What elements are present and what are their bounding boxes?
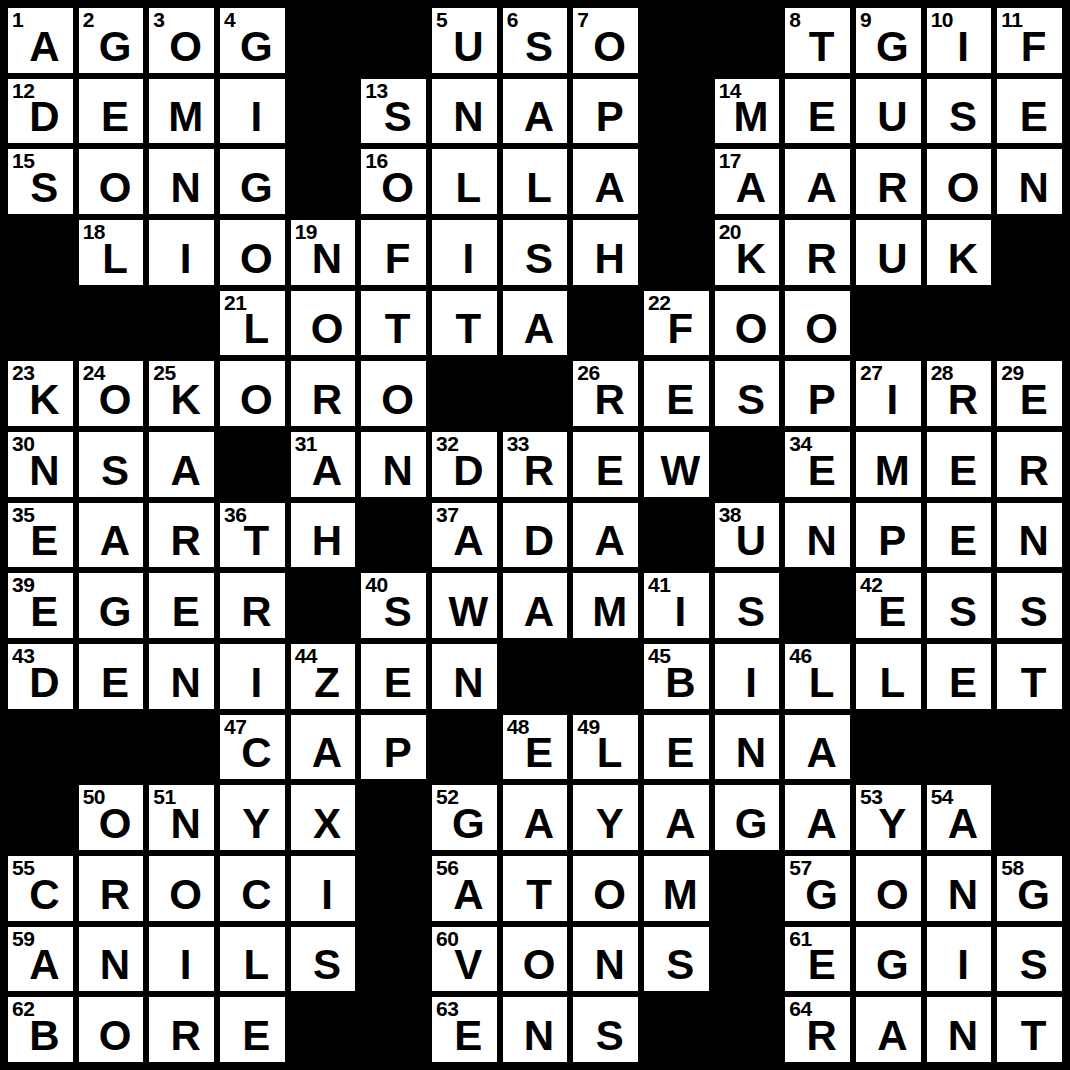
cell-r4c7[interactable]: I [429, 217, 500, 288]
cell-r13c9[interactable]: O [570, 853, 641, 924]
cell-r7c1[interactable]: 30N [5, 429, 76, 500]
black-cell-r1c10 [641, 5, 712, 76]
cell-r6c12[interactable]: P [782, 358, 853, 429]
cell-letter: I [153, 238, 218, 280]
cell-r7c5[interactable]: 31A [288, 429, 359, 500]
cell-letter: A [436, 520, 501, 562]
cell-r7c13[interactable]: M [853, 429, 924, 500]
black-cell-r11c7 [429, 712, 500, 783]
black-cell-r3c10 [641, 146, 712, 217]
cell-letter: Z [295, 662, 360, 704]
cell-r8c13[interactable]: P [853, 500, 924, 571]
cell-r9c1[interactable]: 39E [5, 570, 76, 641]
cell-r6c9[interactable]: 26R [570, 358, 641, 429]
cell-r14c7[interactable]: 60V [429, 924, 500, 995]
cell-r5c7[interactable]: T [429, 288, 500, 359]
cell-r3c2[interactable]: O [76, 146, 147, 217]
cell-r2c11[interactable]: 14M [712, 76, 783, 147]
cell-r12c14[interactable]: 54A [924, 782, 995, 853]
cell-letter: N [931, 874, 996, 916]
cell-r6c6[interactable]: O [358, 358, 429, 429]
cell-r13c4[interactable]: C [217, 853, 288, 924]
cell-r8c8[interactable]: D [500, 500, 571, 571]
cell-letter: F [648, 308, 713, 350]
cell-r9c2[interactable]: G [76, 570, 147, 641]
black-cell-r4c10 [641, 217, 712, 288]
cell-r10c10[interactable]: 45B [641, 641, 712, 712]
cell-r5c12[interactable]: O [782, 288, 853, 359]
cell-r8c12[interactable]: N [782, 500, 853, 571]
cell-letter: S [12, 167, 77, 209]
cell-r4c12[interactable]: R [782, 217, 853, 288]
cell-r9c15[interactable]: S [994, 570, 1065, 641]
cell-r13c3[interactable]: O [146, 853, 217, 924]
cell-letter: L [860, 662, 925, 704]
cell-r5c10[interactable]: 22F [641, 288, 712, 359]
cell-r13c12[interactable]: 57G [782, 853, 853, 924]
cell-letter: W [436, 591, 501, 633]
cell-letter: S [507, 26, 572, 68]
cell-letter: P [577, 96, 642, 138]
cell-letter: I [860, 379, 925, 421]
cell-letter: O [577, 874, 642, 916]
cell-r11c8[interactable]: 48E [500, 712, 571, 783]
cell-r10c3[interactable]: N [146, 641, 217, 712]
black-cell-r11c1 [5, 712, 76, 783]
cell-r9c14[interactable]: S [924, 570, 995, 641]
cell-r10c2[interactable]: E [76, 641, 147, 712]
cell-r15c12[interactable]: 64R [782, 994, 853, 1065]
cell-letter: L [83, 238, 148, 280]
cell-r2c1[interactable]: 12D [5, 76, 76, 147]
cell-letter: S [295, 944, 360, 986]
cell-r1c8[interactable]: 6S [500, 5, 571, 76]
black-cell-r5c1 [5, 288, 76, 359]
cell-letter: Y [224, 803, 289, 845]
cell-r8c9[interactable]: A [570, 500, 641, 571]
cell-r8c11[interactable]: 38U [712, 500, 783, 571]
cell-r4c4[interactable]: O [217, 217, 288, 288]
cell-letter: R [83, 874, 148, 916]
cell-letter: S [365, 591, 430, 633]
cell-r6c14[interactable]: 28R [924, 358, 995, 429]
cell-r10c1[interactable]: 43D [5, 641, 76, 712]
cell-letter: E [1001, 379, 1066, 421]
cell-r4c6[interactable]: F [358, 217, 429, 288]
cell-letter: E [1001, 96, 1066, 138]
black-cell-r11c3 [146, 712, 217, 783]
cell-r11c5[interactable]: A [288, 712, 359, 783]
cell-r5c11[interactable]: O [712, 288, 783, 359]
cell-r10c12[interactable]: 46L [782, 641, 853, 712]
cell-letter: I [719, 662, 784, 704]
black-cell-r15c10 [641, 994, 712, 1065]
cell-r9c11[interactable]: S [712, 570, 783, 641]
cell-letter: R [931, 379, 996, 421]
cell-r12c11[interactable]: G [712, 782, 783, 853]
cell-r9c8[interactable]: A [500, 570, 571, 641]
cell-r2c3[interactable]: M [146, 76, 217, 147]
cell-r1c1[interactable]: 1A [5, 5, 76, 76]
cell-letter: I [931, 944, 996, 986]
cell-letter: L [507, 167, 572, 209]
cell-r3c1[interactable]: 15S [5, 146, 76, 217]
cell-r9c7[interactable]: W [429, 570, 500, 641]
cell-letter: T [789, 26, 854, 68]
cell-letter: A [295, 450, 360, 492]
cell-r7c2[interactable]: S [76, 429, 147, 500]
cell-r3c4[interactable]: G [217, 146, 288, 217]
cell-letter: E [12, 520, 77, 562]
cell-r14c8[interactable]: O [500, 924, 571, 995]
cell-r12c7[interactable]: 52G [429, 782, 500, 853]
cell-r14c5[interactable]: S [288, 924, 359, 995]
cell-r9c13[interactable]: 42E [853, 570, 924, 641]
cell-r2c4[interactable]: I [217, 76, 288, 147]
cell-r8c5[interactable]: H [288, 500, 359, 571]
cell-r3c8[interactable]: L [500, 146, 571, 217]
cell-r9c6[interactable]: 40S [358, 570, 429, 641]
black-cell-r14c11 [712, 924, 783, 995]
cell-r14c14[interactable]: I [924, 924, 995, 995]
cell-letter: E [931, 520, 996, 562]
black-cell-r1c11 [712, 5, 783, 76]
cell-letter: R [789, 238, 854, 280]
cell-letter: U [436, 26, 501, 68]
black-cell-r3c5 [288, 146, 359, 217]
cell-letter: A [789, 167, 854, 209]
cell-r15c2[interactable]: O [76, 994, 147, 1065]
black-cell-r1c5 [288, 5, 359, 76]
cell-letter: P [860, 520, 925, 562]
cell-letter: E [153, 591, 218, 633]
cell-r15c13[interactable]: A [853, 994, 924, 1065]
cell-letter: O [507, 944, 572, 986]
cell-r5c8[interactable]: A [500, 288, 571, 359]
cell-letter: I [153, 944, 218, 986]
black-cell-r8c6 [358, 500, 429, 571]
cell-letter: N [1001, 520, 1066, 562]
black-cell-r10c8 [500, 641, 571, 712]
cell-letter: T [1001, 1015, 1066, 1057]
black-cell-r11c15 [994, 712, 1065, 783]
cell-r2c7[interactable]: N [429, 76, 500, 147]
cell-r2c2[interactable]: E [76, 76, 147, 147]
black-cell-r13c11 [712, 853, 783, 924]
cell-r13c14[interactable]: N [924, 853, 995, 924]
cell-letter: S [365, 96, 430, 138]
cell-r8c7[interactable]: 37A [429, 500, 500, 571]
cell-letter: E [789, 944, 854, 986]
cell-r7c7[interactable]: 32D [429, 429, 500, 500]
cell-r11c11[interactable]: N [712, 712, 783, 783]
cell-r10c5[interactable]: 44Z [288, 641, 359, 712]
cell-letter: T [1001, 662, 1066, 704]
cell-letter: Y [860, 803, 925, 845]
cell-letter: D [12, 662, 77, 704]
cell-r4c3[interactable]: I [146, 217, 217, 288]
cell-r6c10[interactable]: E [641, 358, 712, 429]
cell-letter: N [295, 238, 360, 280]
black-cell-r15c6 [358, 994, 429, 1065]
black-cell-r5c9 [570, 288, 641, 359]
cell-r13c8[interactable]: T [500, 853, 571, 924]
cell-letter: A [648, 803, 713, 845]
cell-r4c5[interactable]: 19N [288, 217, 359, 288]
cell-r14c4[interactable]: L [217, 924, 288, 995]
cell-letter: F [1001, 26, 1066, 68]
cell-letter: M [648, 874, 713, 916]
cell-letter: O [83, 1015, 148, 1057]
cell-r4c13[interactable]: U [853, 217, 924, 288]
cell-letter: O [577, 26, 642, 68]
cell-r7c12[interactable]: 34E [782, 429, 853, 500]
cell-r11c9[interactable]: 49L [570, 712, 641, 783]
cell-r3c14[interactable]: O [924, 146, 995, 217]
cell-r13c10[interactable]: M [641, 853, 712, 924]
cell-r6c3[interactable]: 25K [146, 358, 217, 429]
cell-r8c1[interactable]: 35E [5, 500, 76, 571]
cell-r3c15[interactable]: N [994, 146, 1065, 217]
cell-letter: E [789, 96, 854, 138]
cell-r15c8[interactable]: N [500, 994, 571, 1065]
cell-letter: E [436, 1015, 501, 1057]
cell-r15c15[interactable]: T [994, 994, 1065, 1065]
black-cell-r8c10 [641, 500, 712, 571]
cell-letter: E [83, 96, 148, 138]
cell-letter: R [577, 379, 642, 421]
cell-r14c12[interactable]: 61E [782, 924, 853, 995]
cell-r4c14[interactable]: K [924, 217, 995, 288]
cell-r1c7[interactable]: 5U [429, 5, 500, 76]
cell-r11c10[interactable]: E [641, 712, 712, 783]
cell-r13c2[interactable]: R [76, 853, 147, 924]
cell-letter: N [12, 450, 77, 492]
cell-letter: O [153, 874, 218, 916]
cell-letter: N [153, 803, 218, 845]
cell-r9c9[interactable]: M [570, 570, 641, 641]
cell-r11c6[interactable]: P [358, 712, 429, 783]
cell-r2c15[interactable]: E [994, 76, 1065, 147]
cell-r7c14[interactable]: E [924, 429, 995, 500]
cell-letter: E [931, 450, 996, 492]
cell-letter: N [719, 732, 784, 774]
cell-letter: G [224, 167, 289, 209]
cell-r15c14[interactable]: N [924, 994, 995, 1065]
cell-r6c13[interactable]: 27I [853, 358, 924, 429]
cell-r9c10[interactable]: 41I [641, 570, 712, 641]
cell-r8c2[interactable]: A [76, 500, 147, 571]
cell-r11c4[interactable]: 47C [217, 712, 288, 783]
cell-r3c3[interactable]: N [146, 146, 217, 217]
cell-letter: T [365, 308, 430, 350]
cell-r6c4[interactable]: O [217, 358, 288, 429]
cell-r13c15[interactable]: 58G [994, 853, 1065, 924]
cell-r12c5[interactable]: X [288, 782, 359, 853]
cell-r2c9[interactable]: P [570, 76, 641, 147]
black-cell-r6c7 [429, 358, 500, 429]
cell-letter: E [224, 1015, 289, 1057]
cell-letter: O [83, 379, 148, 421]
cell-letter: O [931, 167, 996, 209]
cell-r4c8[interactable]: S [500, 217, 571, 288]
cell-letter: R [153, 1015, 218, 1057]
cell-letter: H [577, 238, 642, 280]
cell-r2c14[interactable]: S [924, 76, 995, 147]
cell-r9c4[interactable]: R [217, 570, 288, 641]
cell-r14c1[interactable]: 59A [5, 924, 76, 995]
cell-r8c4[interactable]: 36T [217, 500, 288, 571]
cell-r2c13[interactable]: U [853, 76, 924, 147]
black-cell-r15c5 [288, 994, 359, 1065]
cell-r8c3[interactable]: R [146, 500, 217, 571]
cell-r3c7[interactable]: L [429, 146, 500, 217]
cell-r1c9[interactable]: 7O [570, 5, 641, 76]
cell-letter: M [577, 591, 642, 633]
cell-r12c8[interactable]: A [500, 782, 571, 853]
cell-r1c15[interactable]: 11F [994, 5, 1065, 76]
cell-r12c4[interactable]: Y [217, 782, 288, 853]
cell-r12c10[interactable]: A [641, 782, 712, 853]
cell-r6c2[interactable]: 24O [76, 358, 147, 429]
cell-r7c9[interactable]: E [570, 429, 641, 500]
cell-letter: A [507, 96, 572, 138]
cell-r4c11[interactable]: 20K [712, 217, 783, 288]
cell-r4c9[interactable]: H [570, 217, 641, 288]
cell-r14c15[interactable]: S [994, 924, 1065, 995]
black-cell-r12c15 [994, 782, 1065, 853]
cell-r8c15[interactable]: N [994, 500, 1065, 571]
cell-letter: X [295, 803, 360, 845]
cell-r5c6[interactable]: T [358, 288, 429, 359]
cell-letter: E [931, 662, 996, 704]
cell-letter: I [224, 96, 289, 138]
cell-r2c8[interactable]: A [500, 76, 571, 147]
cell-r15c3[interactable]: R [146, 994, 217, 1065]
cell-letter: O [83, 803, 148, 845]
cell-r13c13[interactable]: O [853, 853, 924, 924]
cell-r7c8[interactable]: 33R [500, 429, 571, 500]
cell-r12c12[interactable]: A [782, 782, 853, 853]
cell-r5c4[interactable]: 21L [217, 288, 288, 359]
cell-r1c13[interactable]: 9G [853, 5, 924, 76]
cell-letter: N [1001, 167, 1066, 209]
cell-r12c9[interactable]: Y [570, 782, 641, 853]
cell-letter: A [507, 591, 572, 633]
cell-r14c3[interactable]: I [146, 924, 217, 995]
cell-r10c4[interactable]: I [217, 641, 288, 712]
cell-r7c3[interactable]: A [146, 429, 217, 500]
cell-r3c13[interactable]: R [853, 146, 924, 217]
cell-r12c3[interactable]: 51N [146, 782, 217, 853]
cell-letter: E [648, 732, 713, 774]
cell-letter: O [224, 379, 289, 421]
cell-r10c15[interactable]: T [994, 641, 1065, 712]
cell-r3c6[interactable]: 16O [358, 146, 429, 217]
cell-letter: B [12, 1015, 77, 1057]
cell-r1c2[interactable]: 2G [76, 5, 147, 76]
cell-letter: C [12, 874, 77, 916]
cell-r14c13[interactable]: G [853, 924, 924, 995]
cell-r6c11[interactable]: S [712, 358, 783, 429]
cell-r14c9[interactable]: N [570, 924, 641, 995]
cell-letter: A [860, 1015, 925, 1057]
cell-r10c11[interactable]: I [712, 641, 783, 712]
cell-letter: L [224, 944, 289, 986]
cell-r7c15[interactable]: R [994, 429, 1065, 500]
cell-r7c10[interactable]: W [641, 429, 712, 500]
cell-letter: U [860, 238, 925, 280]
cell-letter: P [789, 379, 854, 421]
cell-letter: A [789, 803, 854, 845]
cell-r3c12[interactable]: A [782, 146, 853, 217]
cell-letter: E [860, 591, 925, 633]
cell-r1c3[interactable]: 3O [146, 5, 217, 76]
cell-r12c13[interactable]: 53Y [853, 782, 924, 853]
cell-r2c12[interactable]: E [782, 76, 853, 147]
cell-letter: S [719, 379, 784, 421]
cell-r3c11[interactable]: 17A [712, 146, 783, 217]
cell-r15c7[interactable]: 63E [429, 994, 500, 1065]
cell-r2c6[interactable]: 13S [358, 76, 429, 147]
cell-r1c12[interactable]: 8T [782, 5, 853, 76]
cell-r13c1[interactable]: 55C [5, 853, 76, 924]
cell-letter: R [153, 520, 218, 562]
cell-letter: A [436, 874, 501, 916]
cell-letter: V [436, 944, 501, 986]
cell-letter: S [931, 591, 996, 633]
cell-r13c5[interactable]: I [288, 853, 359, 924]
cell-r13c7[interactable]: 56A [429, 853, 500, 924]
cell-r10c14[interactable]: E [924, 641, 995, 712]
cell-letter: S [719, 591, 784, 633]
cell-r10c6[interactable]: E [358, 641, 429, 712]
cell-letter: A [295, 732, 360, 774]
cell-r3c9[interactable]: A [570, 146, 641, 217]
cell-letter: O [719, 308, 784, 350]
cell-r5c5[interactable]: O [288, 288, 359, 359]
cell-r15c4[interactable]: E [217, 994, 288, 1065]
cell-letter: O [789, 308, 854, 350]
cell-r4c2[interactable]: 18L [76, 217, 147, 288]
cell-r14c2[interactable]: N [76, 924, 147, 995]
cell-r15c1[interactable]: 62B [5, 994, 76, 1065]
cell-r7c6[interactable]: N [358, 429, 429, 500]
cell-r6c15[interactable]: 29E [994, 358, 1065, 429]
cell-r1c4[interactable]: 4G [217, 5, 288, 76]
cell-r10c7[interactable]: N [429, 641, 500, 712]
cell-r6c5[interactable]: R [288, 358, 359, 429]
cell-letter: O [83, 167, 148, 209]
cell-r14c10[interactable]: S [641, 924, 712, 995]
cell-r1c14[interactable]: 10I [924, 5, 995, 76]
cell-letter: S [931, 96, 996, 138]
cell-r15c9[interactable]: S [570, 994, 641, 1065]
cell-letter: O [295, 308, 360, 350]
cell-r9c3[interactable]: E [146, 570, 217, 641]
cell-r11c12[interactable]: A [782, 712, 853, 783]
cell-letter: N [507, 1015, 572, 1057]
cell-letter: E [12, 591, 77, 633]
cell-r12c2[interactable]: 50O [76, 782, 147, 853]
cell-r6c1[interactable]: 23K [5, 358, 76, 429]
cell-letter: A [719, 167, 784, 209]
cell-r10c13[interactable]: L [853, 641, 924, 712]
cell-letter: F [365, 238, 430, 280]
cell-letter: O [365, 379, 430, 421]
cell-letter: R [789, 1015, 854, 1057]
cell-r8c14[interactable]: E [924, 500, 995, 571]
